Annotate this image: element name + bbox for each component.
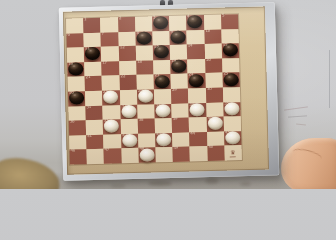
square-27: 27 xyxy=(102,90,120,105)
square-number: 9 xyxy=(171,29,173,33)
square-number: 48 xyxy=(139,147,144,151)
square-49: 49 xyxy=(173,147,191,162)
square-44: 44 xyxy=(189,132,207,147)
square-18: 18 xyxy=(136,60,154,75)
square-number: 34 xyxy=(190,102,195,106)
square-number: 25 xyxy=(223,72,228,76)
light-square xyxy=(188,88,206,103)
square-number: 23 xyxy=(154,74,159,78)
square-33: 33 xyxy=(154,104,172,119)
square-5: 5 xyxy=(221,14,239,29)
light-square xyxy=(154,89,172,104)
square-number: 13 xyxy=(154,44,159,48)
square-15: 15 xyxy=(221,43,239,58)
square-number: 4 xyxy=(187,14,189,18)
square-35: 35 xyxy=(223,102,241,117)
square-number: 39 xyxy=(173,117,178,121)
square-50: 50 xyxy=(207,146,225,161)
square-48: 48 xyxy=(138,148,156,163)
black-man-square-4 xyxy=(187,15,202,28)
light-square xyxy=(121,148,139,163)
square-number: 43 xyxy=(156,132,161,136)
wall-crack-line xyxy=(329,50,330,108)
square-number: 42 xyxy=(122,133,127,137)
square-number: 16 xyxy=(68,61,73,65)
brand-crown-logo: ♛ xyxy=(230,149,236,157)
square-38: 38 xyxy=(137,119,155,134)
square-14: 14 xyxy=(187,44,205,59)
square-number: 38 xyxy=(138,118,143,122)
square-4: 4 xyxy=(186,15,204,30)
square-32: 32 xyxy=(120,104,138,119)
square-36: 36 xyxy=(69,120,87,135)
square-30: 30 xyxy=(205,88,223,103)
square-number: 49 xyxy=(174,146,179,150)
square-22: 22 xyxy=(119,75,137,90)
light-square xyxy=(66,18,84,33)
square-number: 45 xyxy=(225,130,230,134)
square-39: 39 xyxy=(172,118,190,133)
square-21: 21 xyxy=(85,76,103,91)
square-number: 10 xyxy=(205,29,210,33)
square-number: 47 xyxy=(105,148,110,152)
light-square xyxy=(169,16,187,31)
square-number: 2 xyxy=(119,16,121,20)
square-number: 37 xyxy=(104,119,109,123)
square-number: 46 xyxy=(70,149,75,153)
square-number: 50 xyxy=(208,145,213,149)
square-number: 8 xyxy=(136,30,138,34)
board-grid: 1234567891011121314151617181920212223242… xyxy=(66,14,242,164)
square-number: 7 xyxy=(102,31,104,35)
square-43: 43 xyxy=(155,133,173,148)
floor-smudge xyxy=(205,178,219,184)
light-square xyxy=(190,146,208,161)
square-6: 6 xyxy=(66,33,84,48)
square-45: 45 xyxy=(224,131,242,146)
square-number: 14 xyxy=(188,44,193,48)
square-number: 31 xyxy=(87,105,92,109)
square-number: 15 xyxy=(222,43,227,47)
square-number: 41 xyxy=(87,134,92,138)
square-34: 34 xyxy=(189,103,207,118)
square-number: 3 xyxy=(153,15,155,19)
square-29: 29 xyxy=(171,88,189,103)
square-number: 30 xyxy=(206,87,211,91)
square-number: 40 xyxy=(207,116,212,120)
square-17: 17 xyxy=(102,61,120,76)
light-square xyxy=(155,147,173,162)
square-number: 33 xyxy=(155,103,160,107)
square-number: 44 xyxy=(190,131,195,135)
light-square xyxy=(85,91,103,106)
square-40: 40 xyxy=(206,117,224,132)
square-46: 46 xyxy=(69,150,87,165)
square-47: 47 xyxy=(104,149,122,164)
cloth-object xyxy=(0,155,62,189)
light-square xyxy=(120,90,138,105)
light-square xyxy=(100,17,118,32)
square-1: 1 xyxy=(83,18,101,33)
square-number: 36 xyxy=(70,120,75,124)
square-number: 27 xyxy=(103,90,108,94)
square-11: 11 xyxy=(84,47,102,62)
floor-smudge xyxy=(240,182,251,186)
square-25: 25 xyxy=(222,73,240,88)
square-number: 18 xyxy=(137,59,142,63)
square-number: 28 xyxy=(138,89,143,93)
light-square xyxy=(87,149,105,164)
square-13: 13 xyxy=(153,45,171,60)
floor-smudge xyxy=(110,184,126,188)
floor-smudge xyxy=(148,181,172,186)
square-12: 12 xyxy=(118,46,136,61)
square-23: 23 xyxy=(153,74,171,89)
square-number: 35 xyxy=(224,101,229,105)
square-number: 29 xyxy=(172,88,177,92)
square-number: 5 xyxy=(222,14,224,18)
square-24: 24 xyxy=(188,73,206,88)
square-number: 22 xyxy=(120,75,125,79)
square-number: 19 xyxy=(171,59,176,63)
square-number: 12 xyxy=(119,45,124,49)
square-10: 10 xyxy=(204,29,222,44)
wall-scuff-mark xyxy=(288,115,307,117)
square-number: 20 xyxy=(206,58,211,62)
draughts-board-frame: 1234567891011121314151617181920212223242… xyxy=(59,2,279,181)
light-square xyxy=(204,15,222,30)
square-number: 11 xyxy=(85,46,90,50)
square-number: 17 xyxy=(103,60,108,64)
square-31: 31 xyxy=(86,105,104,120)
square-26: 26 xyxy=(68,91,86,106)
square-19: 19 xyxy=(170,59,188,74)
square-8: 8 xyxy=(135,31,153,46)
square-number: 32 xyxy=(121,104,126,108)
light-square: ♛ xyxy=(224,145,242,160)
square-42: 42 xyxy=(121,134,139,149)
square-number: 1 xyxy=(84,17,86,21)
square-20: 20 xyxy=(205,58,223,73)
square-number: 24 xyxy=(189,73,194,77)
square-number: 21 xyxy=(86,75,91,79)
square-2: 2 xyxy=(118,17,136,32)
square-7: 7 xyxy=(101,32,119,47)
square-number: 26 xyxy=(69,90,74,94)
skin-colored-object xyxy=(281,138,336,189)
square-41: 41 xyxy=(86,134,104,149)
square-number: 6 xyxy=(67,32,69,36)
light-square xyxy=(223,87,241,102)
square-3: 3 xyxy=(152,16,170,31)
board-wood-border: 1234567891011121314151617181920212223242… xyxy=(63,6,269,174)
light-square xyxy=(135,16,153,31)
square-9: 9 xyxy=(170,30,188,45)
wall-scuff-mark xyxy=(284,106,308,110)
square-28: 28 xyxy=(137,89,155,104)
wall-scuff-mark xyxy=(296,123,306,125)
square-37: 37 xyxy=(103,119,121,134)
square-16: 16 xyxy=(67,62,85,77)
